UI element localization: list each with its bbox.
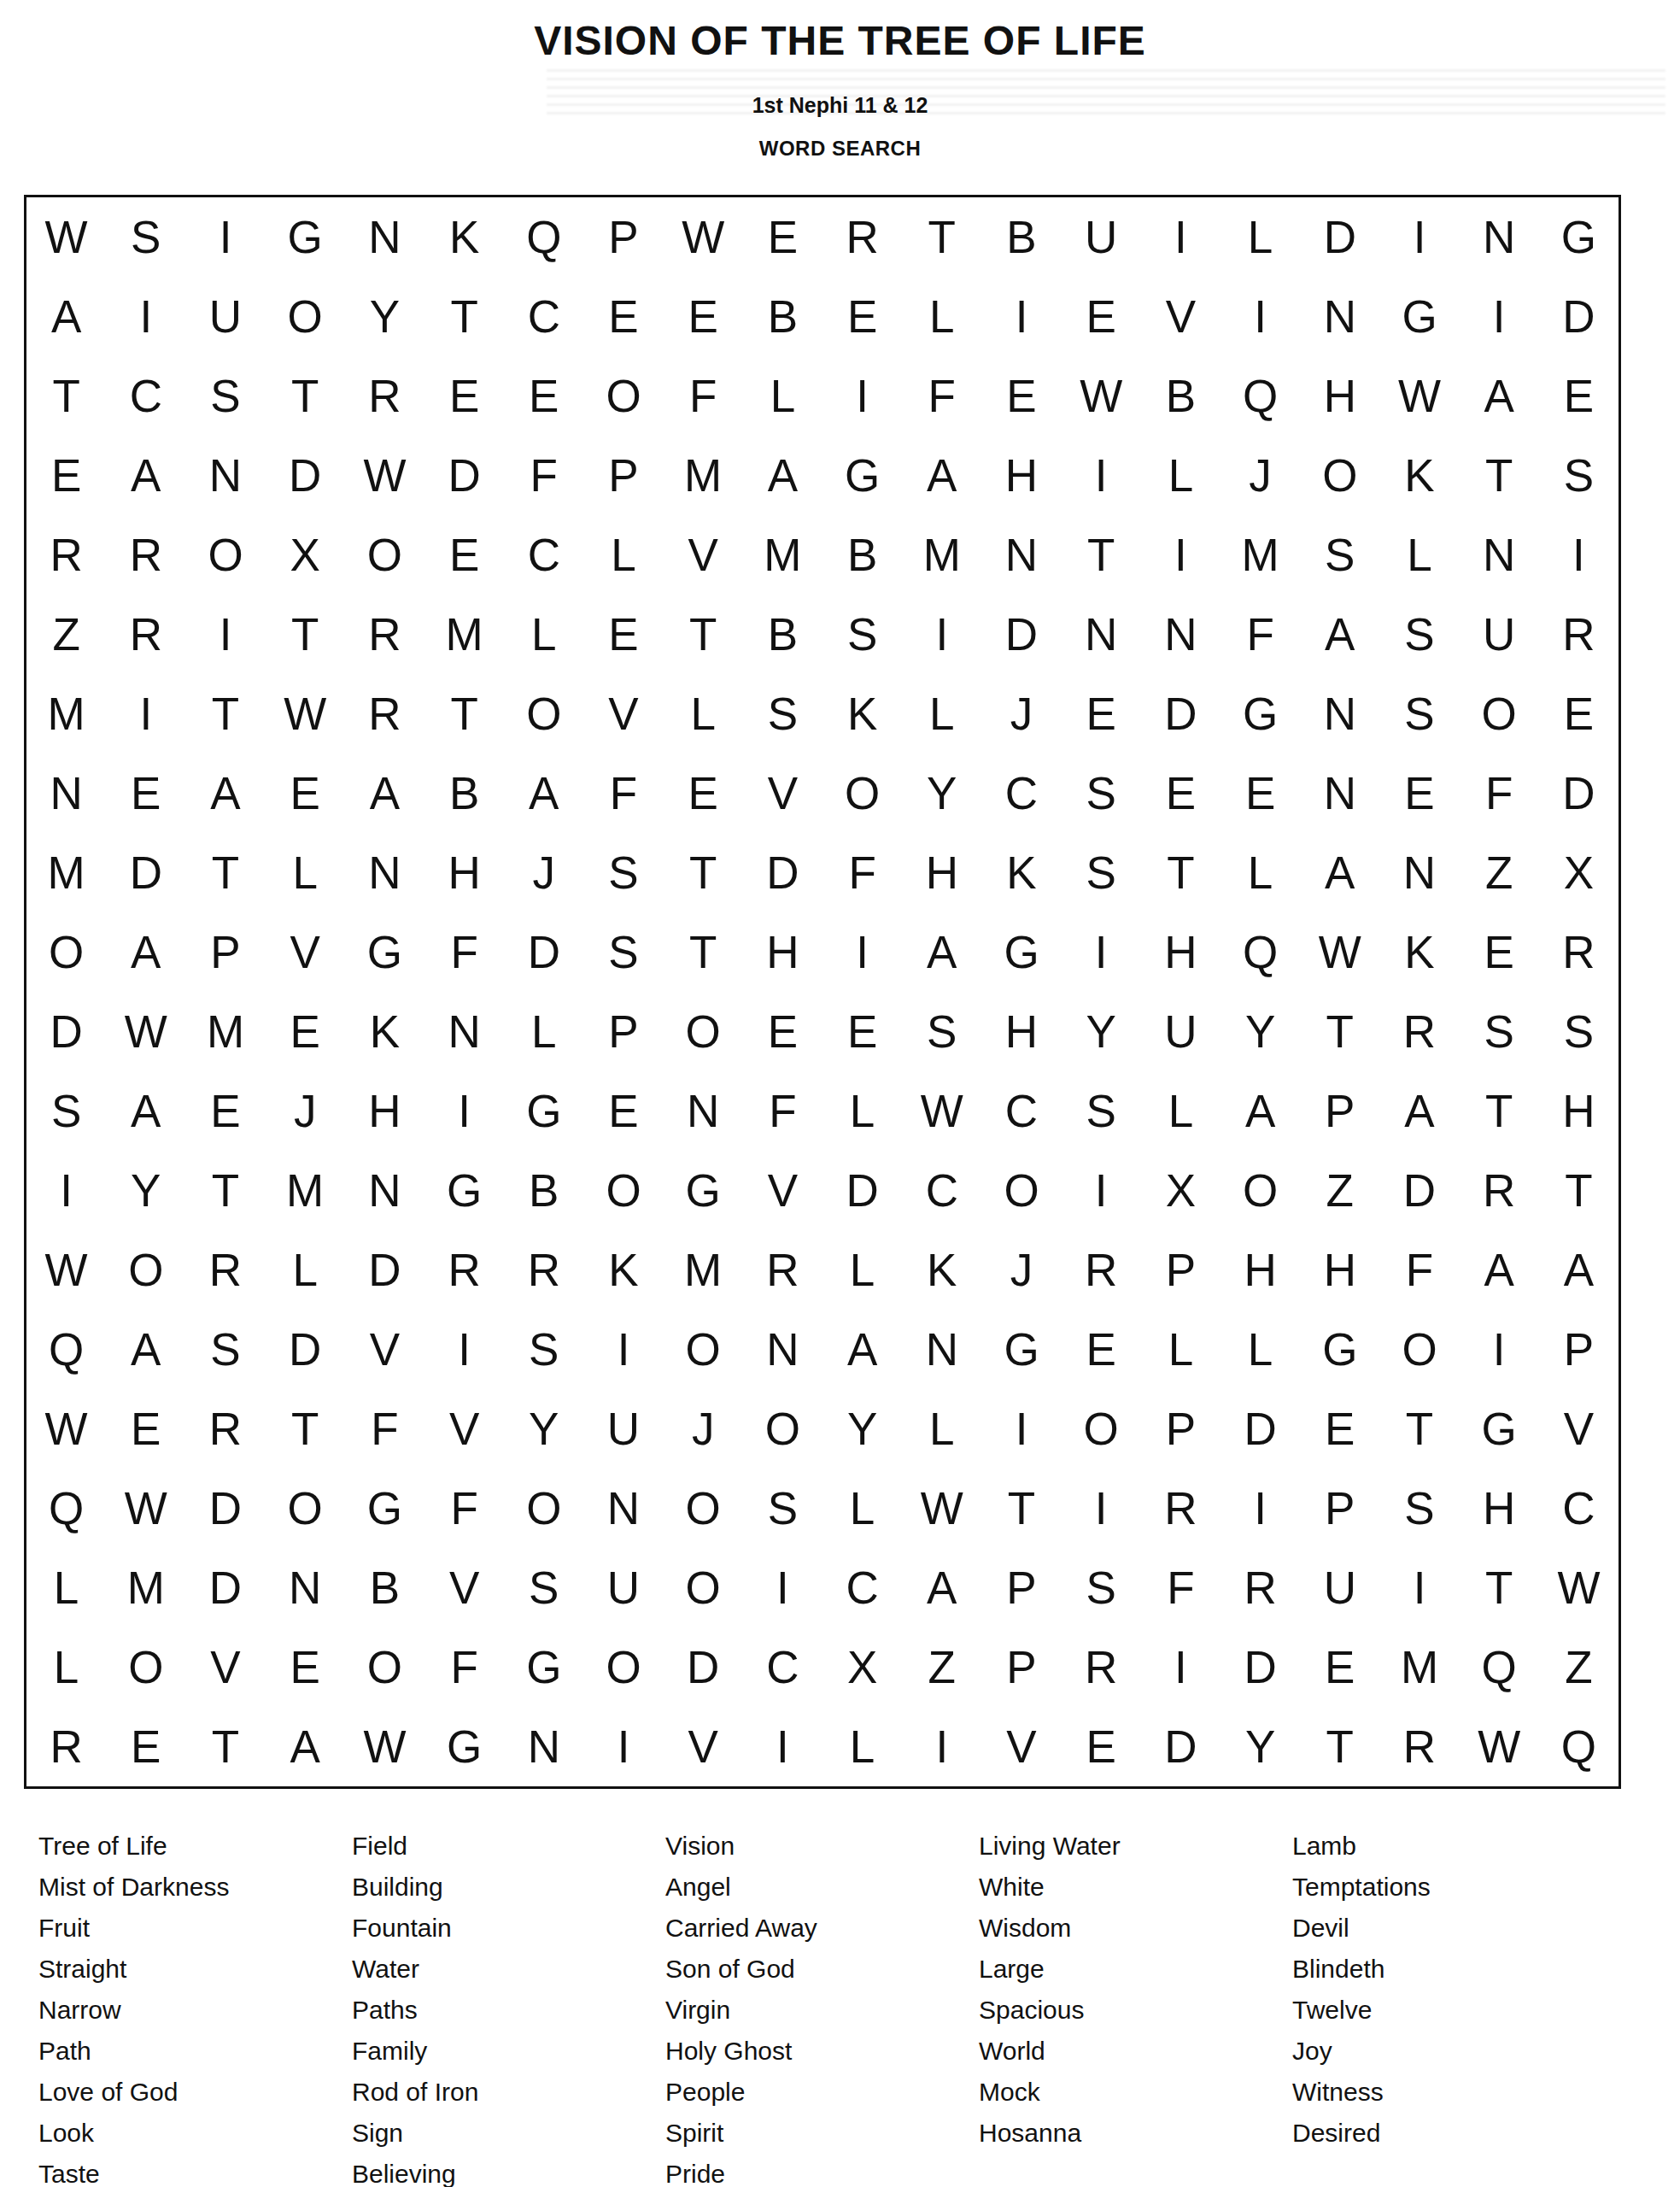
grid-cell: O (26, 912, 106, 992)
grid-cell: Y (345, 277, 424, 356)
word-item: Twelve (1292, 1990, 1606, 2031)
grid-cell: A (26, 277, 106, 356)
grid-cell: Y (1220, 992, 1300, 1071)
grid-cell: I (1141, 1627, 1220, 1707)
grid-cell: P (583, 197, 663, 277)
grid-cell: O (185, 515, 265, 595)
grid-cell: O (266, 1469, 345, 1548)
grid-cell: I (583, 1707, 663, 1786)
grid-cell: U (185, 277, 265, 356)
grid-cell: G (1220, 674, 1300, 753)
grid-cell: R (1539, 595, 1619, 674)
word-column: LambTemptationsDevilBlindethTwelveJoyWit… (1292, 1826, 1606, 2154)
grid-cell: I (1379, 197, 1459, 277)
word-item: Angel (665, 1867, 979, 1908)
grid-cell: Y (902, 753, 981, 833)
grid-cell: B (981, 197, 1061, 277)
grid-cell: H (1141, 912, 1220, 992)
word-item: Living Water (979, 1826, 1292, 1867)
grid-cell: W (26, 1389, 106, 1469)
grid-cell: E (583, 277, 663, 356)
grid-cell: M (664, 1230, 743, 1310)
word-item: Spirit (665, 2113, 979, 2154)
grid-cell: R (1379, 992, 1459, 1071)
grid-cell: L (1220, 833, 1300, 912)
grid-cell: I (1141, 515, 1220, 595)
word-item: Sign (352, 2113, 665, 2154)
grid-cell: V (981, 1707, 1061, 1786)
grid-cell: D (1539, 277, 1619, 356)
grid-cell: G (1460, 1389, 1539, 1469)
grid-cell: W (1539, 1548, 1619, 1627)
grid-cell: Q (1460, 1627, 1539, 1707)
grid-cell: O (664, 1310, 743, 1389)
grid-cell: T (185, 1151, 265, 1230)
word-item: Temptations (1292, 1867, 1606, 1908)
grid-cell: H (1220, 1230, 1300, 1310)
grid-cell: X (1539, 833, 1619, 912)
grid-cell: M (743, 515, 822, 595)
grid-cell: W (26, 197, 106, 277)
grid-cell: S (504, 1310, 583, 1389)
grid-cell: L (1141, 436, 1220, 515)
grid-cell: L (504, 992, 583, 1071)
grid-cell: N (26, 753, 106, 833)
grid-cell: T (664, 595, 743, 674)
grid-cell: R (106, 515, 185, 595)
grid-cell: S (1062, 753, 1141, 833)
grid-cell: X (822, 1627, 902, 1707)
grid-cell: H (981, 992, 1061, 1071)
grid-cell: A (345, 753, 424, 833)
word-column: Living WaterWhiteWisdomLargeSpaciousWorl… (979, 1826, 1292, 2154)
grid-cell: F (345, 1389, 424, 1469)
grid-cell: P (583, 992, 663, 1071)
grid-cell: K (981, 833, 1061, 912)
word-item: Path (38, 2031, 352, 2072)
grid-cell: T (266, 595, 345, 674)
grid-cell: L (266, 833, 345, 912)
grid-cell: N (266, 1548, 345, 1627)
word-column: FieldBuildingFountainWaterPathsFamilyRod… (352, 1826, 665, 2187)
grid-cell: G (504, 1071, 583, 1151)
grid-cell: B (1141, 356, 1220, 436)
grid-cell: F (664, 356, 743, 436)
grid-cell: N (1062, 595, 1141, 674)
grid-cell: F (743, 1071, 822, 1151)
grid-cell: E (106, 1707, 185, 1786)
grid-cell: I (185, 595, 265, 674)
grid-cell: V (664, 515, 743, 595)
grid-cell: Z (902, 1627, 981, 1707)
grid-cell: D (26, 992, 106, 1071)
grid-cell: S (504, 1548, 583, 1627)
grid-cell: V (1539, 1389, 1619, 1469)
grid-cell: I (424, 1071, 504, 1151)
grid-cell: I (1141, 197, 1220, 277)
grid-cell: K (1379, 912, 1459, 992)
grid-cell: R (106, 595, 185, 674)
grid-cell: L (743, 356, 822, 436)
grid-cell: Y (106, 1151, 185, 1230)
grid-cell: D (822, 1151, 902, 1230)
grid-cell: A (902, 1548, 981, 1627)
grid-cell: B (822, 515, 902, 595)
grid-cell: E (981, 356, 1061, 436)
grid-cell: I (424, 1310, 504, 1389)
grid-cell: A (106, 912, 185, 992)
grid-cell: D (1539, 753, 1619, 833)
grid-cell: C (504, 515, 583, 595)
grid-cell: E (583, 1071, 663, 1151)
grid-cell: R (26, 1707, 106, 1786)
grid-cell: E (1062, 277, 1141, 356)
grid-cell: S (1460, 992, 1539, 1071)
grid-cell: K (345, 992, 424, 1071)
grid-cell: E (664, 753, 743, 833)
grid-cell: I (743, 1548, 822, 1627)
grid-cell: W (1460, 1707, 1539, 1786)
grid-cell: T (664, 833, 743, 912)
word-item: Spacious (979, 1990, 1292, 2031)
grid-cell: D (106, 833, 185, 912)
grid-cell: H (1300, 356, 1379, 436)
grid-cell: D (266, 1310, 345, 1389)
grid-cell: X (266, 515, 345, 595)
word-item: Narrow (38, 1990, 352, 2031)
grid-cell: N (345, 1151, 424, 1230)
grid-cell: Q (1220, 912, 1300, 992)
grid-cell: U (583, 1548, 663, 1627)
grid-cell: P (1300, 1071, 1379, 1151)
grid-cell: R (1220, 1548, 1300, 1627)
grid-cell: R (345, 356, 424, 436)
grid-cell: Q (26, 1469, 106, 1548)
grid-cell: E (266, 753, 345, 833)
grid-cell: G (981, 912, 1061, 992)
grid-cell: X (1141, 1151, 1220, 1230)
grid-cell: F (1460, 753, 1539, 833)
grid-cell: V (743, 753, 822, 833)
grid-cell: V (424, 1548, 504, 1627)
grid-cell: F (1220, 595, 1300, 674)
grid-cell: O (504, 674, 583, 753)
grid-cell: T (1300, 992, 1379, 1071)
grid-cell: T (185, 1707, 265, 1786)
grid-cell: R (345, 674, 424, 753)
grid-cell: G (504, 1627, 583, 1707)
grid-cell: Z (1300, 1151, 1379, 1230)
grid-cell: W (902, 1469, 981, 1548)
word-item: Rod of Iron (352, 2072, 665, 2113)
grid-cell: B (743, 595, 822, 674)
grid-cell: O (664, 1469, 743, 1548)
grid-cell: S (1062, 833, 1141, 912)
grid-cell: T (1460, 1071, 1539, 1151)
grid-cell: F (424, 1627, 504, 1707)
grid-cell: J (266, 1071, 345, 1151)
grid-cell: L (822, 1230, 902, 1310)
grid-cell: N (1460, 197, 1539, 277)
grid-cell: S (822, 595, 902, 674)
grid-cell: L (664, 674, 743, 753)
grid-cell: D (185, 1548, 265, 1627)
grid-cell: O (1379, 1310, 1459, 1389)
word-item: Wisdom (979, 1908, 1292, 1949)
grid-cell: L (822, 1707, 902, 1786)
word-item: Large (979, 1949, 1292, 1990)
grid-cell: D (1220, 1627, 1300, 1707)
subtitle-scripture: 1st Nephi 11 & 12 (0, 93, 1680, 118)
grid-cell: I (1460, 277, 1539, 356)
grid-cell: W (106, 1469, 185, 1548)
grid-cell: I (1379, 1548, 1459, 1627)
grid-cell: N (1300, 753, 1379, 833)
grid-cell: C (902, 1151, 981, 1230)
grid-cell: I (1539, 515, 1619, 595)
grid-cell: E (26, 436, 106, 515)
grid-cell: W (664, 197, 743, 277)
word-item: Taste (38, 2154, 352, 2187)
grid-cell: E (1141, 753, 1220, 833)
grid-cell: R (822, 197, 902, 277)
grid-cell: T (1379, 1389, 1459, 1469)
grid-cell: N (424, 992, 504, 1071)
grid-cell: V (583, 674, 663, 753)
grid-cell: C (1539, 1469, 1619, 1548)
grid-cell: E (822, 992, 902, 1071)
grid-cell: L (1141, 1071, 1220, 1151)
grid-cell: P (981, 1627, 1061, 1707)
word-item: Joy (1292, 2031, 1606, 2072)
word-item: Fountain (352, 1908, 665, 1949)
grid-cell: E (1379, 753, 1459, 833)
grid-cell: O (981, 1151, 1061, 1230)
grid-cell: N (1379, 833, 1459, 912)
grid-cell: E (1300, 1627, 1379, 1707)
word-item: Paths (352, 1990, 665, 2031)
grid-cell: I (743, 1707, 822, 1786)
grid-cell: W (1300, 912, 1379, 992)
grid-cell: T (266, 1389, 345, 1469)
grid-cell: N (1300, 277, 1379, 356)
grid-cell: F (822, 833, 902, 912)
grid-cell: K (1379, 436, 1459, 515)
grid-cell: G (664, 1151, 743, 1230)
grid-cell: G (345, 1469, 424, 1548)
grid-cell: L (822, 1071, 902, 1151)
grid-cell: I (26, 1151, 106, 1230)
grid-cell: S (1539, 992, 1619, 1071)
grid-cell: E (743, 992, 822, 1071)
grid-cell: Q (1539, 1707, 1619, 1786)
word-item: Fruit (38, 1908, 352, 1949)
grid-cell: O (504, 1469, 583, 1548)
grid-cell: E (1220, 753, 1300, 833)
word-item: White (979, 1867, 1292, 1908)
grid-cell: A (106, 436, 185, 515)
grid-cell: J (981, 1230, 1061, 1310)
grid-cell: D (266, 436, 345, 515)
grid-cell: S (583, 833, 663, 912)
grid-cell: B (424, 753, 504, 833)
grid-cell: O (345, 1627, 424, 1707)
grid-cell: S (185, 356, 265, 436)
grid-cell: L (1220, 1310, 1300, 1389)
grid-cell: C (504, 277, 583, 356)
grid-cell: L (902, 674, 981, 753)
word-item: Witness (1292, 2072, 1606, 2113)
grid-cell: N (185, 436, 265, 515)
grid-cell: O (664, 992, 743, 1071)
grid-cell: T (1062, 515, 1141, 595)
grid-cell: O (743, 1389, 822, 1469)
grid-cell: K (424, 197, 504, 277)
grid-cell: N (583, 1469, 663, 1548)
grid-cell: F (902, 356, 981, 436)
grid-cell: A (1300, 833, 1379, 912)
worksheet-page: VISION OF THE TREE OF LIFE 1st Nephi 11 … (0, 17, 1680, 2187)
grid-cell: N (1460, 515, 1539, 595)
grid-cell: M (106, 1548, 185, 1627)
grid-cell: E (504, 356, 583, 436)
grid-cell: A (1300, 595, 1379, 674)
grid-cell: J (664, 1389, 743, 1469)
grid-cell: R (1141, 1469, 1220, 1548)
grid-cell: M (26, 674, 106, 753)
grid-cell: T (185, 833, 265, 912)
word-item: Vision (665, 1826, 979, 1867)
grid-cell: M (26, 833, 106, 912)
grid-cell: G (1300, 1310, 1379, 1389)
grid-cell: A (822, 1310, 902, 1389)
grid-cell: L (822, 1469, 902, 1548)
word-item: Field (352, 1826, 665, 1867)
grid-cell: A (1460, 1230, 1539, 1310)
grid-cell: P (1141, 1230, 1220, 1310)
grid-cell: O (1300, 436, 1379, 515)
grid-cell: N (902, 1310, 981, 1389)
grid-cell: G (266, 197, 345, 277)
grid-cell: P (981, 1548, 1061, 1627)
grid-cell: E (266, 1627, 345, 1707)
grid-cell: T (424, 277, 504, 356)
grid-cell: V (1141, 277, 1220, 356)
grid-cell: T (26, 356, 106, 436)
grid-cell: H (743, 912, 822, 992)
grid-cell: N (1300, 674, 1379, 753)
grid-cell: E (106, 753, 185, 833)
word-item: Blindeth (1292, 1949, 1606, 1990)
grid-cell: R (1460, 1151, 1539, 1230)
grid-cell: W (106, 992, 185, 1071)
grid-cell: T (1460, 436, 1539, 515)
word-item: Holy Ghost (665, 2031, 979, 2072)
grid-cell: V (664, 1707, 743, 1786)
grid-cell: Y (1062, 992, 1141, 1071)
grid-cell: V (185, 1627, 265, 1707)
grid-cell: L (1379, 515, 1459, 595)
grid-cell: E (664, 277, 743, 356)
grid-cell: S (1062, 1548, 1141, 1627)
grid-cell: N (345, 197, 424, 277)
grid-cell: D (1300, 197, 1379, 277)
grid-cell: G (1379, 277, 1459, 356)
word-item: Mist of Darkness (38, 1867, 352, 1908)
grid-cell: M (902, 515, 981, 595)
grid-cell: I (981, 1389, 1061, 1469)
grid-cell: E (424, 515, 504, 595)
grid-cell: Y (822, 1389, 902, 1469)
grid-cell: T (1539, 1151, 1619, 1230)
grid-cell: R (504, 1230, 583, 1310)
grid-cell: S (1300, 515, 1379, 595)
grid-cell: A (504, 753, 583, 833)
grid-cell: T (185, 674, 265, 753)
grid-cell: R (1379, 1707, 1459, 1786)
grid-cell: W (345, 1707, 424, 1786)
grid-cell: D (664, 1627, 743, 1707)
grid-cell: D (981, 595, 1061, 674)
grid-cell: A (902, 436, 981, 515)
grid-cell: B (345, 1548, 424, 1627)
grid-cell: T (664, 912, 743, 992)
grid-cell: S (1379, 595, 1459, 674)
grid-cell: H (424, 833, 504, 912)
grid-cell: I (1062, 1151, 1141, 1230)
grid-cell: J (981, 674, 1061, 753)
grid-cell: S (583, 912, 663, 992)
grid-cell: S (902, 992, 981, 1071)
grid-cell: D (1220, 1389, 1300, 1469)
grid-cell: O (664, 1548, 743, 1627)
grid-cell: F (1141, 1548, 1220, 1627)
grid-cell: B (504, 1151, 583, 1230)
grid-cell: H (345, 1071, 424, 1151)
grid-cell: F (1379, 1230, 1459, 1310)
grid-cell: I (822, 356, 902, 436)
grid-cell: E (1539, 674, 1619, 753)
grid-cell: O (1220, 1151, 1300, 1230)
grid-cell: D (185, 1469, 265, 1548)
grid-cell: M (185, 992, 265, 1071)
grid-cell: R (1062, 1627, 1141, 1707)
grid-cell: R (26, 515, 106, 595)
grid-cell: A (1220, 1071, 1300, 1151)
grid-cell: H (1539, 1071, 1619, 1151)
grid-cell: I (106, 674, 185, 753)
grid-cell: E (1300, 1389, 1379, 1469)
grid-cell: O (822, 753, 902, 833)
grid-cell: O (583, 1627, 663, 1707)
grid-cell: I (1062, 1469, 1141, 1548)
grid-cell: A (902, 912, 981, 992)
grid-cell: V (345, 1310, 424, 1389)
grid-cell: D (1141, 674, 1220, 753)
grid-cell: S (743, 1469, 822, 1548)
word-item: Son of God (665, 1949, 979, 1990)
word-item: Building (352, 1867, 665, 1908)
grid-cell: T (981, 1469, 1061, 1548)
grid-cell: G (822, 436, 902, 515)
grid-cell: C (981, 753, 1061, 833)
grid-cell: I (583, 1310, 663, 1389)
grid-cell: A (106, 1071, 185, 1151)
grid-cell: B (743, 277, 822, 356)
grid-cell: I (185, 197, 265, 277)
grid-cell: E (424, 356, 504, 436)
word-item: Look (38, 2113, 352, 2154)
